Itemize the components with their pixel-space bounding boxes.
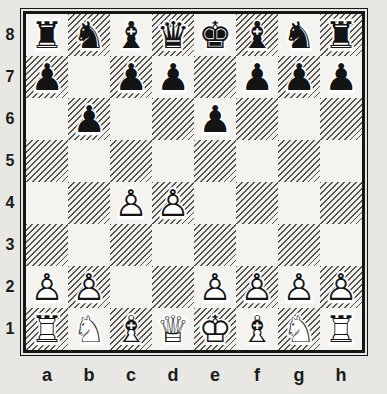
square-e4: [194, 182, 236, 224]
piece-halo: ♛: [149, 11, 196, 58]
white-pawn: ♟♙: [194, 266, 236, 308]
piece-halo: ♟: [275, 263, 322, 310]
piece-halo: ♚: [191, 11, 238, 58]
piece-halo: ♟: [317, 53, 364, 100]
square-f3: [236, 224, 278, 266]
white-rook-glyph: ♖: [26, 308, 68, 350]
piece-halo: ♜: [23, 11, 70, 58]
file-label-g: g: [278, 358, 320, 392]
white-bishop: ♝♗: [110, 308, 152, 350]
chess-board: ♜♜♞♞♝♝♛♛♚♚♝♝♞♞♜♜♟♟♟♟♟♟♟♟♟♟♟♟♟♟♟♟♟♙♟♙♟♙♟♙…: [26, 14, 362, 350]
black-pawn: ♟♟: [68, 98, 110, 140]
square-a1: ♜♖: [26, 308, 68, 350]
black-pawn-glyph: ♟: [110, 56, 152, 98]
white-knight: ♞♘: [68, 308, 110, 350]
white-bishop-glyph: ♗: [110, 308, 152, 350]
square-h4: [320, 182, 362, 224]
black-pawn-glyph: ♟: [152, 56, 194, 98]
white-pawn: ♟♙: [68, 266, 110, 308]
square-c6: [110, 98, 152, 140]
white-rook: ♜♖: [320, 308, 362, 350]
black-pawn-glyph: ♟: [320, 56, 362, 98]
square-d6: [152, 98, 194, 140]
square-g7: ♟♟: [278, 56, 320, 98]
square-d4: ♟♙: [152, 182, 194, 224]
square-a4: [26, 182, 68, 224]
piece-halo: ♞: [275, 305, 322, 352]
black-rook: ♜♜: [26, 14, 68, 56]
square-e3: [194, 224, 236, 266]
square-a7: ♟♟: [26, 56, 68, 98]
piece-halo: ♝: [233, 305, 280, 352]
square-h6: [320, 98, 362, 140]
piece-halo: ♟: [233, 53, 280, 100]
black-king-glyph: ♚: [194, 14, 236, 56]
black-pawn-glyph: ♟: [236, 56, 278, 98]
rank-label-4: 4: [0, 182, 20, 224]
file-label-c: c: [110, 358, 152, 392]
square-c2: [110, 266, 152, 308]
square-b1: ♞♘: [68, 308, 110, 350]
black-pawn: ♟♟: [26, 56, 68, 98]
piece-halo: ♝: [107, 305, 154, 352]
square-d5: [152, 140, 194, 182]
piece-halo: ♟: [275, 53, 322, 100]
square-g6: [278, 98, 320, 140]
black-rook: ♜♜: [320, 14, 362, 56]
white-pawn-glyph: ♙: [194, 266, 236, 308]
piece-halo: ♟: [191, 95, 238, 142]
piece-halo: ♟: [107, 179, 154, 226]
piece-halo: ♟: [317, 263, 364, 310]
white-pawn-glyph: ♙: [278, 266, 320, 308]
square-g2: ♟♙: [278, 266, 320, 308]
white-pawn-glyph: ♙: [152, 182, 194, 224]
black-pawn: ♟♟: [152, 56, 194, 98]
white-king: ♚♔: [194, 308, 236, 350]
piece-halo: ♟: [149, 179, 196, 226]
square-b4: [68, 182, 110, 224]
black-pawn: ♟♟: [110, 56, 152, 98]
square-g8: ♞♞: [278, 14, 320, 56]
square-f8: ♝♝: [236, 14, 278, 56]
black-bishop: ♝♝: [110, 14, 152, 56]
square-f7: ♟♟: [236, 56, 278, 98]
black-pawn-glyph: ♟: [194, 98, 236, 140]
black-queen-glyph: ♛: [152, 14, 194, 56]
white-bishop-glyph: ♗: [236, 308, 278, 350]
square-c3: [110, 224, 152, 266]
square-d2: [152, 266, 194, 308]
square-b5: [68, 140, 110, 182]
square-d7: ♟♟: [152, 56, 194, 98]
square-c7: ♟♟: [110, 56, 152, 98]
square-d8: ♛♛: [152, 14, 194, 56]
piece-halo: ♟: [149, 53, 196, 100]
rank-labels: 87654321: [0, 14, 20, 350]
square-h8: ♜♜: [320, 14, 362, 56]
piece-halo: ♞: [65, 11, 112, 58]
piece-halo: ♜: [23, 305, 70, 352]
black-knight: ♞♞: [278, 14, 320, 56]
chess-board-border: ♜♜♞♞♝♝♛♛♚♚♝♝♞♞♜♜♟♟♟♟♟♟♟♟♟♟♟♟♟♟♟♟♟♙♟♙♟♙♟♙…: [23, 11, 365, 353]
piece-halo: ♛: [149, 305, 196, 352]
file-labels: abcdefgh: [26, 358, 362, 392]
rank-label-8: 8: [0, 14, 20, 56]
square-f5: [236, 140, 278, 182]
square-f1: ♝♗: [236, 308, 278, 350]
square-e7: [194, 56, 236, 98]
black-bishop-glyph: ♝: [236, 14, 278, 56]
piece-halo: ♝: [107, 11, 154, 58]
white-pawn-glyph: ♙: [68, 266, 110, 308]
square-c1: ♝♗: [110, 308, 152, 350]
white-rook: ♜♖: [26, 308, 68, 350]
white-pawn-glyph: ♙: [110, 182, 152, 224]
white-knight-glyph: ♘: [68, 308, 110, 350]
white-pawn: ♟♙: [152, 182, 194, 224]
square-f6: [236, 98, 278, 140]
piece-halo: ♟: [65, 263, 112, 310]
black-knight-glyph: ♞: [278, 14, 320, 56]
square-e6: ♟♟: [194, 98, 236, 140]
square-a6: [26, 98, 68, 140]
square-b3: [68, 224, 110, 266]
chess-board-frame: ♜♜♞♞♝♝♛♛♚♚♝♝♞♞♜♜♟♟♟♟♟♟♟♟♟♟♟♟♟♟♟♟♟♙♟♙♟♙♟♙…: [20, 8, 368, 356]
file-label-d: d: [152, 358, 194, 392]
square-e8: ♚♚: [194, 14, 236, 56]
white-knight-glyph: ♘: [278, 308, 320, 350]
file-label-h: h: [320, 358, 362, 392]
square-g4: [278, 182, 320, 224]
square-g1: ♞♘: [278, 308, 320, 350]
square-f4: [236, 182, 278, 224]
rank-label-3: 3: [0, 224, 20, 266]
square-c5: [110, 140, 152, 182]
piece-halo: ♜: [317, 11, 364, 58]
black-pawn-glyph: ♟: [68, 98, 110, 140]
piece-halo: ♟: [65, 95, 112, 142]
square-d3: [152, 224, 194, 266]
piece-halo: ♟: [23, 53, 70, 100]
black-bishop: ♝♝: [236, 14, 278, 56]
chess-diagram: 87654321 ♜♜♞♞♝♝♛♛♚♚♝♝♞♞♜♜♟♟♟♟♟♟♟♟♟♟♟♟♟♟♟…: [0, 0, 387, 394]
rank-label-6: 6: [0, 98, 20, 140]
black-pawn-glyph: ♟: [26, 56, 68, 98]
black-pawn: ♟♟: [194, 98, 236, 140]
piece-halo: ♝: [233, 11, 280, 58]
square-e1: ♚♔: [194, 308, 236, 350]
file-label-b: b: [68, 358, 110, 392]
square-h7: ♟♟: [320, 56, 362, 98]
square-e5: [194, 140, 236, 182]
black-pawn-glyph: ♟: [278, 56, 320, 98]
square-h1: ♜♖: [320, 308, 362, 350]
file-label-e: e: [194, 358, 236, 392]
black-knight-glyph: ♞: [68, 14, 110, 56]
white-pawn: ♟♙: [236, 266, 278, 308]
square-b2: ♟♙: [68, 266, 110, 308]
square-c8: ♝♝: [110, 14, 152, 56]
black-queen: ♛♛: [152, 14, 194, 56]
white-pawn: ♟♙: [278, 266, 320, 308]
piece-halo: ♟: [107, 53, 154, 100]
black-king: ♚♚: [194, 14, 236, 56]
piece-halo: ♞: [65, 305, 112, 352]
square-c4: ♟♙: [110, 182, 152, 224]
white-pawn-glyph: ♙: [236, 266, 278, 308]
piece-halo: ♟: [233, 263, 280, 310]
square-h3: [320, 224, 362, 266]
square-f2: ♟♙: [236, 266, 278, 308]
white-queen-glyph: ♕: [152, 308, 194, 350]
piece-halo: ♜: [317, 305, 364, 352]
square-a2: ♟♙: [26, 266, 68, 308]
square-b6: ♟♟: [68, 98, 110, 140]
white-pawn: ♟♙: [110, 182, 152, 224]
black-rook-glyph: ♜: [26, 14, 68, 56]
white-queen: ♛♕: [152, 308, 194, 350]
square-g5: [278, 140, 320, 182]
white-pawn-glyph: ♙: [26, 266, 68, 308]
square-b7: [68, 56, 110, 98]
square-d1: ♛♕: [152, 308, 194, 350]
square-e2: ♟♙: [194, 266, 236, 308]
rank-label-1: 1: [0, 308, 20, 350]
black-knight: ♞♞: [68, 14, 110, 56]
square-a3: [26, 224, 68, 266]
white-pawn: ♟♙: [320, 266, 362, 308]
white-knight: ♞♘: [278, 308, 320, 350]
piece-halo: ♚: [191, 305, 238, 352]
rank-label-5: 5: [0, 140, 20, 182]
piece-halo: ♞: [275, 11, 322, 58]
square-b8: ♞♞: [68, 14, 110, 56]
rank-label-7: 7: [0, 56, 20, 98]
rank-label-2: 2: [0, 266, 20, 308]
white-king-glyph: ♔: [194, 308, 236, 350]
piece-halo: ♟: [191, 263, 238, 310]
black-bishop-glyph: ♝: [110, 14, 152, 56]
white-bishop: ♝♗: [236, 308, 278, 350]
square-a8: ♜♜: [26, 14, 68, 56]
square-h2: ♟♙: [320, 266, 362, 308]
black-pawn: ♟♟: [278, 56, 320, 98]
black-rook-glyph: ♜: [320, 14, 362, 56]
piece-halo: ♟: [23, 263, 70, 310]
square-h5: [320, 140, 362, 182]
file-label-f: f: [236, 358, 278, 392]
white-pawn: ♟♙: [26, 266, 68, 308]
black-pawn: ♟♟: [236, 56, 278, 98]
file-label-a: a: [26, 358, 68, 392]
square-g3: [278, 224, 320, 266]
black-pawn: ♟♟: [320, 56, 362, 98]
white-pawn-glyph: ♙: [320, 266, 362, 308]
white-rook-glyph: ♖: [320, 308, 362, 350]
square-a5: [26, 140, 68, 182]
